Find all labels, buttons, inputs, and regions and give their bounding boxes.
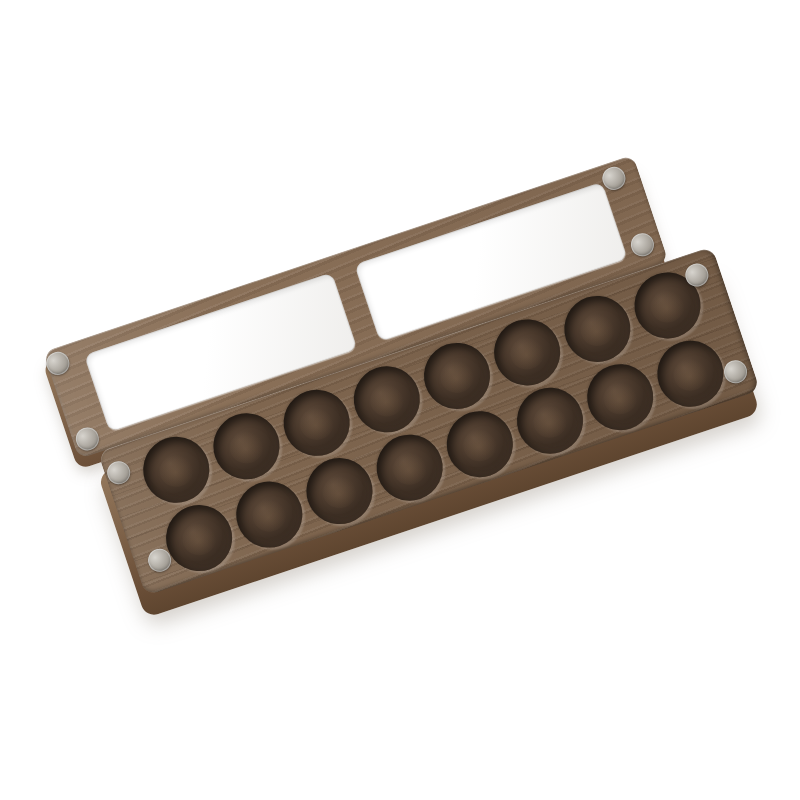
pit-r2-c1[interactable] <box>157 496 241 580</box>
pit-r2-c2[interactable] <box>228 473 312 557</box>
pit-r1-c5[interactable] <box>415 334 499 418</box>
lid-magnet-2 <box>72 424 101 453</box>
pit-r2-c5[interactable] <box>438 402 522 486</box>
pit-r2-c6[interactable] <box>508 379 592 463</box>
lid-magnet-4 <box>627 230 656 259</box>
base-magnet-1 <box>104 458 133 487</box>
pit-r1-c7[interactable] <box>556 287 640 371</box>
pit-r1-c3[interactable] <box>275 381 359 465</box>
pit-r1-c2[interactable] <box>205 405 289 489</box>
pit-r1-c4[interactable] <box>345 358 429 442</box>
pit-r1-c1[interactable] <box>134 428 218 512</box>
pit-r2-c8[interactable] <box>649 332 733 416</box>
pit-r1-c6[interactable] <box>485 311 569 395</box>
photo-canvas <box>0 0 800 800</box>
pit-r2-c7[interactable] <box>578 355 662 439</box>
pit-r2-c3[interactable] <box>298 449 382 533</box>
base-magnet-4 <box>720 357 749 386</box>
pit-r2-c4[interactable] <box>368 426 452 510</box>
